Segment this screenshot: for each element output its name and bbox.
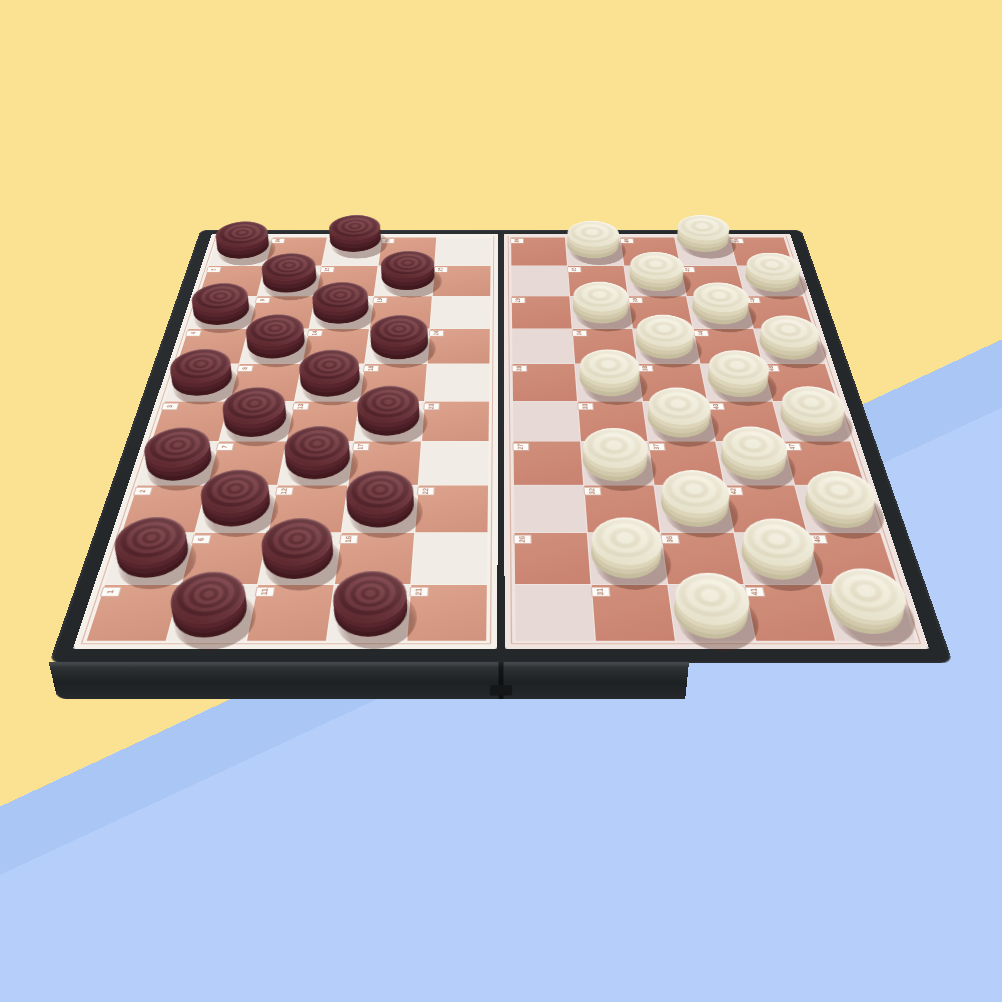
- white-checker-piece[interactable]: [689, 297, 751, 327]
- square-c1r9[interactable]: [105, 533, 194, 584]
- square-c4r4[interactable]: [365, 329, 429, 363]
- white-checker-piece[interactable]: [800, 487, 880, 531]
- square-c6r1[interactable]: 30: [511, 237, 567, 265]
- dark-checker-piece[interactable]: [369, 330, 429, 362]
- square-c8r8[interactable]: [655, 486, 734, 533]
- square-c9r5[interactable]: [701, 364, 772, 401]
- square-c6r6[interactable]: [513, 401, 580, 441]
- square-number: 27: [512, 443, 529, 451]
- square-c6r4[interactable]: [512, 329, 574, 363]
- white-checker-piece[interactable]: [572, 296, 630, 326]
- square-c5r1[interactable]: [435, 237, 491, 265]
- square-number: 22: [417, 487, 435, 495]
- dark-checker-piece[interactable]: [213, 235, 272, 261]
- square-c10r8[interactable]: [795, 486, 880, 533]
- square-number: 3: [161, 403, 179, 410]
- square-c3r5[interactable]: [295, 364, 364, 401]
- square-number: 39: [628, 297, 643, 303]
- white-checker-piece[interactable]: [717, 442, 790, 482]
- square-c9r3[interactable]: [687, 296, 753, 328]
- square-number: 33: [577, 403, 594, 410]
- clasp-notch: [490, 685, 512, 695]
- square-c7r9[interactable]: [588, 533, 667, 584]
- board-surface: 1020515259194142481831323717212226161112…: [73, 234, 929, 649]
- square-c10r2[interactable]: [737, 266, 802, 296]
- dark-checker-piece[interactable]: [244, 329, 308, 361]
- square-c1r7[interactable]: [138, 442, 219, 485]
- square-c3r7[interactable]: [278, 442, 353, 485]
- square-c2r6[interactable]: [219, 401, 294, 441]
- square-c7r10[interactable]: 31: [592, 585, 675, 641]
- square-number: 36: [660, 535, 679, 544]
- square-c6r8[interactable]: [514, 486, 587, 533]
- dark-checker-piece[interactable]: [260, 267, 320, 295]
- square-c5r7[interactable]: [419, 442, 489, 485]
- dark-checker-piece[interactable]: [344, 486, 415, 530]
- draughts-board: 1020515259194142481831323717212226161112…: [73, 234, 929, 649]
- square-c1r3[interactable]: [189, 296, 257, 328]
- white-checker-piece[interactable]: [628, 266, 686, 294]
- square-c2r2[interactable]: [258, 266, 321, 296]
- white-checker-piece[interactable]: [645, 403, 713, 440]
- square-c9r7[interactable]: [716, 442, 794, 485]
- square-number: 9: [255, 297, 271, 303]
- white-checker-piece[interactable]: [776, 401, 848, 438]
- square-number: 16: [339, 535, 358, 544]
- square-c5r5[interactable]: [425, 364, 489, 401]
- square-number: 34: [572, 330, 587, 336]
- dark-checker-piece[interactable]: [356, 401, 421, 438]
- square-c9r9[interactable]: [735, 533, 821, 584]
- square-c6r10[interactable]: [515, 585, 595, 641]
- dark-checker-piece[interactable]: [167, 364, 236, 399]
- square-number: 37: [648, 443, 666, 451]
- square-c5r8[interactable]: 22: [415, 486, 488, 533]
- square-c6r3[interactable]: 29: [512, 296, 572, 328]
- square-c4r6[interactable]: [354, 401, 423, 441]
- square-number: 29: [511, 297, 526, 303]
- square-number: 13: [292, 403, 309, 410]
- square-c4r10[interactable]: [327, 585, 410, 641]
- square-number: 1: [100, 587, 122, 597]
- square-number: 35: [567, 267, 581, 272]
- square-c10r6[interactable]: [773, 401, 850, 441]
- square-c5r3[interactable]: [430, 296, 490, 328]
- square-c7r3[interactable]: [570, 296, 632, 328]
- square-number: 40: [620, 238, 634, 243]
- square-c4r2[interactable]: [374, 266, 434, 296]
- white-checker-piece[interactable]: [658, 486, 732, 530]
- square-number: 2: [133, 487, 153, 495]
- white-checker-piece[interactable]: [578, 364, 641, 399]
- dark-checker-piece[interactable]: [297, 364, 362, 399]
- square-c5r6[interactable]: 23: [422, 401, 489, 441]
- square-number: 8: [237, 365, 254, 371]
- square-number: 18: [363, 365, 379, 371]
- dark-checker-piece[interactable]: [328, 228, 383, 254]
- square-c7r7[interactable]: [581, 442, 653, 485]
- square-c2r8[interactable]: [195, 486, 277, 533]
- square-c6r9[interactable]: 26: [515, 533, 591, 584]
- square-c8r4[interactable]: [633, 329, 699, 363]
- square-c6r5[interactable]: 28: [513, 364, 577, 401]
- dark-checker-piece[interactable]: [189, 297, 253, 327]
- square-c3r1[interactable]: [322, 237, 381, 265]
- square-number: 30: [510, 238, 524, 243]
- square-number: 32: [583, 487, 601, 495]
- dark-checker-piece[interactable]: [259, 534, 337, 582]
- square-c6r7[interactable]: 27: [513, 442, 583, 485]
- square-c9r10[interactable]: 41: [745, 585, 835, 641]
- square-number: 5: [206, 267, 222, 272]
- white-checker-piece[interactable]: [670, 589, 752, 642]
- square-c10r10[interactable]: [822, 585, 916, 641]
- dark-checker-piece[interactable]: [198, 485, 275, 529]
- white-checker-piece[interactable]: [634, 329, 696, 361]
- square-c3r9[interactable]: [258, 533, 340, 584]
- white-checker-piece[interactable]: [742, 266, 804, 294]
- square-c3r3[interactable]: [310, 296, 374, 328]
- dark-checker-piece[interactable]: [331, 587, 409, 639]
- square-number: 19: [372, 297, 387, 303]
- square-c9r1[interactable]: [675, 237, 736, 265]
- square-c1r5[interactable]: [165, 364, 239, 401]
- white-checker-piece[interactable]: [589, 533, 663, 581]
- square-c4r8[interactable]: [342, 486, 418, 533]
- square-c10r4[interactable]: [754, 329, 825, 363]
- square-c7r5[interactable]: [575, 364, 642, 401]
- square-number: 14: [307, 330, 323, 336]
- square-number: 11: [255, 587, 276, 597]
- square-c5r9[interactable]: [411, 533, 487, 584]
- square-number: 6: [191, 535, 211, 544]
- dark-checker-piece[interactable]: [141, 443, 217, 484]
- white-checker-piece[interactable]: [822, 584, 910, 636]
- square-c5r4[interactable]: 24: [428, 329, 490, 363]
- square-number: 21: [409, 587, 429, 597]
- square-c1r1[interactable]: [209, 237, 272, 265]
- dark-checker-piece[interactable]: [282, 441, 353, 481]
- square-c6r2[interactable]: [511, 266, 569, 296]
- dark-checker-piece[interactable]: [111, 533, 194, 581]
- dark-checker-piece[interactable]: [220, 402, 290, 439]
- square-c7r1[interactable]: [566, 237, 624, 265]
- square-c8r10[interactable]: [668, 585, 755, 641]
- square-number: 17: [352, 443, 370, 451]
- square-number: 28: [512, 365, 528, 371]
- white-checker-piece[interactable]: [704, 365, 771, 400]
- case-front-face: [48, 662, 953, 699]
- square-number: 4: [185, 330, 202, 336]
- dark-checker-piece[interactable]: [380, 265, 436, 293]
- square-c8r2[interactable]: [624, 266, 686, 296]
- white-checker-piece[interactable]: [566, 234, 620, 260]
- square-number: 31: [591, 587, 611, 597]
- square-number: 24: [429, 330, 444, 336]
- square-c1r10[interactable]: 1: [87, 585, 181, 641]
- square-number: 7: [216, 443, 235, 451]
- square-number: 12: [275, 487, 294, 495]
- square-number: 15: [320, 267, 335, 272]
- dark-checker-piece[interactable]: [167, 587, 252, 640]
- square-number: 26: [513, 535, 531, 544]
- square-c2r4[interactable]: [240, 329, 309, 363]
- white-checker-piece[interactable]: [674, 228, 731, 254]
- square-number: 44: [693, 330, 709, 336]
- square-c8r6[interactable]: [643, 401, 715, 441]
- white-checker-piece[interactable]: [755, 330, 822, 362]
- square-c2r10[interactable]: [167, 585, 257, 641]
- square-c3r10[interactable]: 11: [247, 585, 334, 641]
- square-c5r10[interactable]: 21: [407, 585, 487, 641]
- dark-checker-piece[interactable]: [311, 296, 371, 326]
- product-photo-scene: 1020515259194142481831323717212226161112…: [0, 0, 1002, 1002]
- square-number: 23: [423, 403, 440, 410]
- white-checker-piece[interactable]: [737, 534, 818, 582]
- white-checker-piece[interactable]: [581, 443, 649, 484]
